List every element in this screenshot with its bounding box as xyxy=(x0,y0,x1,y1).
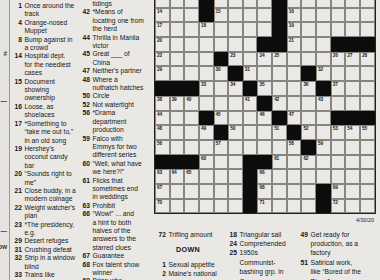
grid-cell[interactable]: 22 xyxy=(155,52,170,67)
clue-number: 48 xyxy=(78,76,93,93)
grid-cell[interactable]: 46 xyxy=(257,111,272,126)
grid-cell[interactable] xyxy=(316,155,331,170)
clue-number: 17 xyxy=(10,120,25,145)
grid-cell[interactable]: 42 xyxy=(272,96,287,111)
grid-cell[interactable]: 29 xyxy=(155,66,170,81)
grid-cell[interactable]: 41 xyxy=(243,96,258,111)
grid-cell[interactable] xyxy=(214,22,229,37)
grid-cell[interactable]: 70 xyxy=(155,199,170,214)
grid-cell[interactable] xyxy=(228,155,243,170)
grid-cell[interactable] xyxy=(214,37,229,52)
grid-cell[interactable]: 23 xyxy=(228,52,243,67)
grid-cell[interactable] xyxy=(170,111,185,126)
grid-cell[interactable] xyxy=(184,111,199,126)
grid-cell[interactable] xyxy=(214,155,229,170)
grid-cell[interactable] xyxy=(272,66,287,81)
grid-cell[interactable]: 10 xyxy=(316,0,331,8)
clue-number: 1 xyxy=(154,260,169,269)
clue-number: 68 xyxy=(78,261,93,278)
grid-cell[interactable] xyxy=(301,22,316,37)
cell-number: 35 xyxy=(259,82,264,88)
clue-text: Close buddy, in a modern coinage xyxy=(25,187,80,204)
grid-cell[interactable]: 71 xyxy=(257,199,272,214)
grid-cell[interactable] xyxy=(170,125,185,140)
grid-cell[interactable] xyxy=(360,66,375,81)
grid-cell[interactable] xyxy=(214,96,229,111)
clue: 48Where a nuthatch hatches xyxy=(78,76,154,93)
grid-cell[interactable]: 16 xyxy=(287,8,302,23)
grid-cell[interactable]: 2 xyxy=(170,0,185,8)
grid-cell[interactable]: 30 xyxy=(214,66,229,81)
grid-cell[interactable]: 55 xyxy=(360,125,375,140)
grid-cell[interactable] xyxy=(360,169,375,184)
cell-number: 25 xyxy=(274,53,279,59)
cell-number: 71 xyxy=(259,200,264,206)
clue-text: Hospital dept. for the neediest cases xyxy=(25,52,80,77)
grid-cell[interactable]: 28 xyxy=(360,52,375,67)
grid-cell[interactable] xyxy=(214,81,229,96)
grid-cell[interactable]: 20 xyxy=(155,37,170,52)
clue-text: “Well, what have we here?!” xyxy=(93,160,155,177)
grid-cell[interactable] xyxy=(199,37,214,52)
clue-number: 18 xyxy=(225,230,240,239)
grid-cell[interactable]: 47 xyxy=(287,111,302,126)
grid-cell[interactable] xyxy=(331,66,346,81)
grid-cell[interactable] xyxy=(360,199,375,214)
grid-cell[interactable]: 69 xyxy=(331,184,346,199)
cell-number: 37 xyxy=(333,82,338,88)
grid-cell[interactable]: 72 xyxy=(331,199,346,214)
grid-cell[interactable]: 12 xyxy=(345,0,360,8)
grid-cell[interactable] xyxy=(228,140,243,155)
grid-cell[interactable] xyxy=(199,140,214,155)
cell-number: 28 xyxy=(362,53,367,59)
grid-cell[interactable] xyxy=(316,169,331,184)
grid-cell[interactable] xyxy=(228,111,243,126)
grid-cell[interactable] xyxy=(287,66,302,81)
cell-number: 47 xyxy=(289,112,294,118)
grid-cell[interactable] xyxy=(170,199,185,214)
cell-number: 19 xyxy=(289,23,294,29)
grid-cell[interactable] xyxy=(301,8,316,23)
grid-cell[interactable] xyxy=(345,96,360,111)
grid-cell[interactable] xyxy=(316,125,331,140)
clue-number: 14 xyxy=(10,52,25,77)
black-cell xyxy=(316,81,331,96)
clue: 63Prohibit xyxy=(78,202,154,210)
grid-cell[interactable] xyxy=(316,22,331,37)
grid-cell[interactable] xyxy=(199,52,214,67)
clue: 16Loose, as shoelaces xyxy=(10,103,79,120)
grid-cell[interactable]: 51 xyxy=(272,125,287,140)
grid-cell[interactable] xyxy=(301,37,316,52)
clue-text: Maine's national xyxy=(169,269,223,278)
cell-number: 29 xyxy=(157,67,162,73)
grid-cell[interactable]: 61 xyxy=(272,155,287,170)
grid-cell[interactable] xyxy=(243,37,258,52)
grid-cell[interactable] xyxy=(214,184,229,199)
clue-number: 23 xyxy=(10,221,25,238)
grid-cell[interactable] xyxy=(272,184,287,199)
grid-cell[interactable] xyxy=(170,140,185,155)
grid-cell[interactable] xyxy=(345,22,360,37)
clue-number: 56 xyxy=(78,109,93,134)
grid-cell[interactable]: 45 xyxy=(214,111,229,126)
grid-cell[interactable]: 33 xyxy=(199,81,214,96)
grid-cell[interactable] xyxy=(243,52,258,67)
clue-number: 67 xyxy=(78,252,93,260)
grid-cell[interactable]: 60 xyxy=(199,155,214,170)
cell-number: 24 xyxy=(259,53,264,59)
grid-cell[interactable] xyxy=(257,66,272,81)
grid-cell[interactable] xyxy=(301,52,316,67)
grid-cell[interactable] xyxy=(301,169,316,184)
black-cell xyxy=(257,37,272,52)
grid-cell[interactable] xyxy=(287,169,302,184)
clue-number: 15 xyxy=(10,78,25,103)
cell-number: 17 xyxy=(157,23,162,29)
grid-cell[interactable]: 56 xyxy=(155,140,170,155)
grid-cell[interactable] xyxy=(331,96,346,111)
cell-number: 16 xyxy=(289,9,294,15)
clue-number: 20 xyxy=(10,170,25,187)
grid-cell[interactable]: 59 xyxy=(316,140,331,155)
grid-cell[interactable] xyxy=(257,8,272,23)
grid-cell[interactable]: 6 xyxy=(243,0,258,8)
cell-number: 43 xyxy=(318,97,323,103)
grid-cell[interactable]: 7 xyxy=(257,0,272,8)
black-cell xyxy=(301,140,316,155)
grid-cell[interactable]: 27 xyxy=(345,52,360,67)
grid-cell[interactable] xyxy=(272,169,287,184)
grid-cell[interactable] xyxy=(243,22,258,37)
grid-cell[interactable]: 36 xyxy=(301,81,316,96)
grid-cell[interactable]: 50 xyxy=(228,125,243,140)
grid-cell[interactable]: 67 xyxy=(155,184,170,199)
grid-cell[interactable] xyxy=(184,125,199,140)
clue-number: 59 xyxy=(78,135,93,160)
grid-cell[interactable] xyxy=(214,169,229,184)
grid-cell[interactable]: 13 xyxy=(360,0,375,8)
grid-cell[interactable] xyxy=(228,37,243,52)
grid-cell[interactable] xyxy=(331,22,346,37)
grid-cell[interactable]: 66 xyxy=(257,169,272,184)
grid-cell[interactable]: 14 xyxy=(155,8,170,23)
grid-cell[interactable] xyxy=(360,8,375,23)
clue: 60“Well, what have we here?!” xyxy=(78,160,154,177)
grid-cell[interactable]: 34 xyxy=(228,81,243,96)
cell-number: 15 xyxy=(216,9,221,15)
cell-number: 62 xyxy=(303,156,308,162)
grid-cell[interactable] xyxy=(184,52,199,67)
grid-cell[interactable] xyxy=(228,199,243,214)
grid-cell[interactable] xyxy=(345,184,360,199)
grid-cell[interactable] xyxy=(316,111,331,126)
clue-number: 42 xyxy=(78,8,93,33)
black-cell xyxy=(155,81,170,96)
clue-number: 60 xyxy=(78,160,93,177)
clue-number: 2 xyxy=(154,269,169,278)
grid-cell[interactable] xyxy=(199,66,214,81)
black-cell xyxy=(199,0,214,8)
grid-cell[interactable] xyxy=(243,8,258,23)
grid-cell[interactable]: 52 xyxy=(301,125,316,140)
grid-cell[interactable] xyxy=(360,81,375,96)
cell-number: 18 xyxy=(201,23,206,29)
black-cell xyxy=(184,81,199,96)
grid-cell[interactable]: 15 xyxy=(214,8,229,23)
across-clues-column-2: tidings42*Means of locating one from the… xyxy=(78,0,154,280)
grid-cell[interactable] xyxy=(331,155,346,170)
clue: 17*Something to “take me out to,” in an … xyxy=(10,120,79,145)
grid-cell[interactable] xyxy=(170,8,185,23)
black-cell xyxy=(272,22,287,37)
clue-text: Crushing defeat xyxy=(25,246,80,254)
grid-cell[interactable]: 38 xyxy=(155,96,170,111)
grid-cell[interactable] xyxy=(184,37,199,52)
grid-cell[interactable] xyxy=(257,125,272,140)
clue-number xyxy=(78,0,93,8)
clue-text: Desert refuges xyxy=(25,237,80,245)
cell-number: 51 xyxy=(274,126,279,132)
clue-text: “Sounds right to me” xyxy=(25,170,80,187)
grid-cell[interactable]: 39 xyxy=(170,96,185,111)
clue-text: Falco with Emmys for two different serie… xyxy=(93,135,155,160)
grid-cell[interactable] xyxy=(345,155,360,170)
cell-number: 27 xyxy=(347,53,352,59)
grid-cell[interactable]: 43 xyxy=(316,96,331,111)
clue: 2Maine's national xyxy=(154,269,222,278)
grid-cell[interactable] xyxy=(184,22,199,37)
clue: 29Desert refuges xyxy=(10,237,79,245)
grid-cell[interactable]: 1 xyxy=(155,0,170,8)
grid-cell[interactable] xyxy=(345,169,360,184)
grid-cell[interactable] xyxy=(214,199,229,214)
grid-cell[interactable]: 65 xyxy=(184,169,199,184)
grid-cell[interactable] xyxy=(170,37,185,52)
cropped-text-fragment: # xyxy=(3,50,7,57)
cell-number: 57 xyxy=(216,141,221,147)
grid-cell[interactable]: 9 xyxy=(301,0,316,8)
grid-cell[interactable] xyxy=(331,169,346,184)
grid-cell[interactable] xyxy=(228,22,243,37)
clue-text: Trifling amount xyxy=(169,230,223,239)
grid-cell[interactable] xyxy=(316,52,331,67)
grid-cell[interactable] xyxy=(170,52,185,67)
clue: 14Hospital dept. for the neediest cases xyxy=(10,52,79,77)
clue: 42*Means of locating one from the herd xyxy=(78,8,154,33)
cell-number: 63 xyxy=(157,170,162,176)
cell-number: 60 xyxy=(201,156,206,162)
cell-number: 54 xyxy=(347,126,352,132)
cell-number: 66 xyxy=(259,170,264,176)
clue-text: Triangular sail xyxy=(240,230,296,239)
grid-cell[interactable] xyxy=(184,184,199,199)
clue-text: 1950s Communist- bashing grp. in Congres… xyxy=(240,248,296,280)
grid-cell[interactable] xyxy=(199,184,214,199)
grid-cell[interactable] xyxy=(228,96,243,111)
black-cell xyxy=(257,155,272,170)
grid-cell[interactable] xyxy=(257,140,272,155)
grid-cell[interactable]: 37 xyxy=(331,81,346,96)
grid-cell[interactable]: 68 xyxy=(257,184,272,199)
grid-cell[interactable]: 32 xyxy=(316,66,331,81)
grid-cell[interactable]: 5 xyxy=(228,0,243,8)
grid-cell[interactable] xyxy=(360,22,375,37)
grid-cell[interactable] xyxy=(199,96,214,111)
grid-cell[interactable] xyxy=(287,81,302,96)
black-cell xyxy=(360,111,375,126)
cropped-text-fragment: — xyxy=(1,97,8,104)
grid-cell[interactable]: 3 xyxy=(184,0,199,8)
clue-number: 25 xyxy=(225,248,240,280)
grid-cell[interactable]: 24 xyxy=(257,52,272,67)
clue-text: *Means of locating one from the herd xyxy=(93,8,155,33)
grid-cell[interactable] xyxy=(170,22,185,37)
clue-text: Guarantee xyxy=(93,252,155,260)
grid-cell[interactable]: 17 xyxy=(155,22,170,37)
grid-cell[interactable]: 49 xyxy=(199,125,214,140)
grid-cell[interactable]: 53 xyxy=(331,125,346,140)
grid-cell[interactable]: 48 xyxy=(155,125,170,140)
grid-cell[interactable] xyxy=(287,184,302,199)
grid-cell[interactable] xyxy=(360,155,375,170)
clue-number: 4 xyxy=(10,19,25,36)
clue-number: 16 xyxy=(10,103,25,120)
grid-cell[interactable]: 4 xyxy=(214,0,229,8)
grid-cell[interactable] xyxy=(243,111,258,126)
grid-cell[interactable] xyxy=(272,81,287,96)
clue: 22Weight watcher's plan xyxy=(10,204,79,221)
grid-cell[interactable] xyxy=(199,199,214,214)
clue: 15Document showing ownership xyxy=(10,78,79,103)
grid-cell[interactable]: 35 xyxy=(257,81,272,96)
grid-cell[interactable] xyxy=(301,184,316,199)
clue: 50Circle xyxy=(78,92,154,100)
grid-cell[interactable] xyxy=(243,125,258,140)
grid-cell[interactable] xyxy=(184,199,199,214)
grid-cell[interactable]: 44 xyxy=(155,111,170,126)
clue-text: Loose, as shoelaces xyxy=(25,103,80,120)
grid-cell[interactable]: 25 xyxy=(272,52,287,67)
cell-number: 70 xyxy=(157,200,162,206)
grid-cell[interactable] xyxy=(184,66,199,81)
grid-cell[interactable]: 62 xyxy=(301,155,316,170)
grid-cell[interactable] xyxy=(345,140,360,155)
grid-cell[interactable] xyxy=(287,199,302,214)
page-edge-strip: #——ow xyxy=(0,0,10,280)
clue-text: Great ___ of China xyxy=(93,50,155,67)
grid-cell[interactable] xyxy=(228,169,243,184)
clue: 52Not watertight xyxy=(78,101,154,109)
clue-text: Get ready for production, as a factory xyxy=(311,230,379,258)
clue: 32Strip in a window blind xyxy=(10,254,79,271)
grid-cell[interactable]: 21 xyxy=(287,37,302,52)
cell-number: 44 xyxy=(157,112,162,118)
grid-cell[interactable] xyxy=(345,66,360,81)
grid-cell[interactable] xyxy=(345,199,360,214)
clue: 72Trifling amount xyxy=(154,230,222,239)
grid-cell[interactable] xyxy=(360,96,375,111)
grid-cell[interactable] xyxy=(331,140,346,155)
grid-cell[interactable]: 26 xyxy=(331,52,346,67)
bottom-clues-column-c: 49Get ready for production, as a factory… xyxy=(296,230,378,280)
grid-cell[interactable]: 54 xyxy=(345,125,360,140)
grid-cell[interactable] xyxy=(287,52,302,67)
clue-text: Bump against in a crowd xyxy=(25,36,80,53)
black-cell xyxy=(228,66,243,81)
grid-cell[interactable] xyxy=(301,199,316,214)
grid-cell[interactable]: 31 xyxy=(243,66,258,81)
black-cell xyxy=(360,37,375,52)
clue-text: Satirical work, like “Bored of the Rings… xyxy=(311,258,379,280)
grid-cell[interactable] xyxy=(184,8,199,23)
grid-cell[interactable] xyxy=(228,184,243,199)
black-cell xyxy=(199,111,214,126)
clue-number: 50 xyxy=(78,92,93,100)
clue-text: *Drama department production xyxy=(93,109,155,134)
clue: 59Falco with Emmys for two different ser… xyxy=(78,135,154,160)
grid-cell[interactable] xyxy=(272,199,287,214)
cell-number: 68 xyxy=(259,185,264,191)
cell-number: 32 xyxy=(318,67,323,73)
black-cell xyxy=(287,125,302,140)
grid-cell[interactable] xyxy=(301,111,316,126)
grid-cell[interactable] xyxy=(316,37,331,52)
grid-cell[interactable] xyxy=(184,140,199,155)
grid-cell[interactable] xyxy=(331,8,346,23)
grid-cell[interactable] xyxy=(301,96,316,111)
black-cell xyxy=(331,37,346,52)
grid-cell[interactable] xyxy=(360,140,375,155)
cell-number: 72 xyxy=(333,200,338,206)
grid-cell[interactable] xyxy=(287,155,302,170)
grid-cell[interactable]: 64 xyxy=(170,169,185,184)
grid-cell[interactable]: 57 xyxy=(214,140,229,155)
grid-cell[interactable] xyxy=(287,96,302,111)
grid-cell[interactable]: 40 xyxy=(184,96,199,111)
grid-cell[interactable]: 63 xyxy=(155,169,170,184)
grid-cell[interactable] xyxy=(345,81,360,96)
grid-cell[interactable] xyxy=(345,8,360,23)
cell-number: 31 xyxy=(245,67,250,73)
black-cell xyxy=(272,111,287,126)
clue: 24Comprehended xyxy=(225,239,295,248)
grid-cell[interactable]: 19 xyxy=(287,22,302,37)
cell-number: 49 xyxy=(201,126,206,132)
grid-cell[interactable] xyxy=(272,140,287,155)
grid-cell[interactable] xyxy=(316,8,331,23)
grid-cell[interactable] xyxy=(360,184,375,199)
clue: 19Hershey's coconut candy bar xyxy=(10,145,79,170)
clue: 47Neither's partner xyxy=(78,67,154,75)
grid-cell[interactable] xyxy=(170,184,185,199)
down-section-header: DOWN xyxy=(154,245,222,254)
grid-cell[interactable] xyxy=(228,8,243,23)
clue-text: *The presidency, e.g. xyxy=(25,221,80,238)
grid-cell[interactable] xyxy=(257,22,272,37)
grid-cell[interactable] xyxy=(199,169,214,184)
clue-text: Circle xyxy=(93,92,155,100)
puzzle-date: 4/30/20 xyxy=(330,217,374,223)
grid-cell[interactable] xyxy=(243,140,258,155)
grid-cell[interactable]: 8 xyxy=(287,0,302,8)
grid-cell[interactable]: 18 xyxy=(199,22,214,37)
grid-cell[interactable]: 58 xyxy=(287,140,302,155)
grid-cell[interactable]: 11 xyxy=(331,0,346,8)
clue: 61Flicks that sometimes end in weddings xyxy=(78,177,154,202)
grid-cell[interactable] xyxy=(170,66,185,81)
